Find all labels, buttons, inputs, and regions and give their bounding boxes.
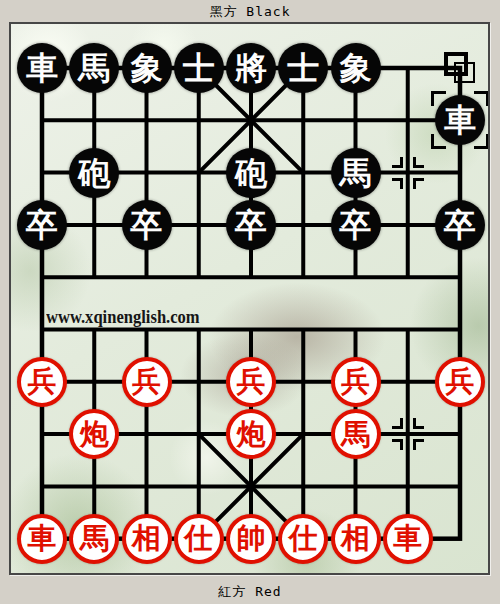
board-point[interactable]: 兵: [329, 356, 381, 408]
piece-black-soldier[interactable]: 卒: [435, 200, 485, 250]
board-point[interactable]: 炮: [225, 408, 277, 460]
board-point[interactable]: 仕: [173, 513, 225, 565]
piece-black-advisor[interactable]: 士: [174, 43, 224, 93]
board-point-marker: [392, 157, 424, 189]
point-marker-corner: [392, 439, 403, 450]
board-point[interactable]: 卒: [225, 199, 277, 251]
piece-black-chariot[interactable]: 車: [435, 95, 485, 145]
board-point[interactable]: 士: [277, 42, 329, 94]
board-point[interactable]: 車: [382, 513, 434, 565]
board-point[interactable]: 相: [120, 513, 172, 565]
point-marker-corner: [413, 178, 424, 189]
piece-black-chariot[interactable]: 車: [17, 43, 67, 93]
board-point[interactable]: 馬: [329, 408, 381, 460]
board-point[interactable]: 兵: [120, 356, 172, 408]
piece-red-cannon[interactable]: 炮: [226, 409, 276, 459]
piece-red-cannon[interactable]: 炮: [69, 409, 119, 459]
piece-red-soldier[interactable]: 兵: [226, 357, 276, 407]
board-point: [382, 408, 434, 460]
piece-red-soldier[interactable]: 兵: [122, 357, 172, 407]
board-point[interactable]: 馬: [68, 42, 120, 94]
board-point[interactable]: 兵: [225, 356, 277, 408]
piece-black-elephant[interactable]: 象: [331, 43, 381, 93]
board-panel: www.xqinenglish.com 車馬象士將士象車砲砲馬卒卒卒卒卒兵兵兵兵…: [9, 22, 490, 575]
page: { "game": "xiangqi", "labels": { "top": …: [0, 0, 500, 604]
piece-black-soldier[interactable]: 卒: [226, 200, 276, 250]
piece-black-cannon[interactable]: 砲: [69, 148, 119, 198]
board[interactable]: 車馬象士將士象車砲砲馬卒卒卒卒卒兵兵兵兵兵炮炮馬車馬相仕帥仕相車: [16, 42, 486, 565]
piece-red-elephant[interactable]: 相: [331, 514, 381, 564]
piece-black-advisor[interactable]: 士: [278, 43, 328, 93]
board-point[interactable]: 象: [120, 42, 172, 94]
board-point[interactable]: 車: [16, 42, 68, 94]
board-point[interactable]: 仕: [277, 513, 329, 565]
piece-black-elephant[interactable]: 象: [122, 43, 172, 93]
board-point[interactable]: 車: [16, 513, 68, 565]
board-point-marker: [392, 418, 424, 450]
board-point[interactable]: 兵: [434, 356, 486, 408]
piece-black-cannon[interactable]: 砲: [226, 148, 276, 198]
piece-black-soldier[interactable]: 卒: [122, 200, 172, 250]
board-point[interactable]: 馬: [68, 513, 120, 565]
piece-black-horse[interactable]: 馬: [331, 148, 381, 198]
piece-red-chariot[interactable]: 車: [383, 514, 433, 564]
board-point[interactable]: 象: [329, 42, 381, 94]
piece-red-advisor[interactable]: 仕: [278, 514, 328, 564]
board-point[interactable]: 士: [173, 42, 225, 94]
board-point[interactable]: 卒: [16, 199, 68, 251]
board-point: [382, 146, 434, 198]
piece-red-soldier[interactable]: 兵: [17, 357, 67, 407]
board-point[interactable]: 卒: [434, 199, 486, 251]
board-point[interactable]: 卒: [120, 199, 172, 251]
piece-red-advisor[interactable]: 仕: [174, 514, 224, 564]
piece-black-soldier[interactable]: 卒: [331, 200, 381, 250]
black-side-label: 黑方 Black: [0, 3, 500, 21]
piece-red-chariot[interactable]: 車: [17, 514, 67, 564]
piece-red-horse[interactable]: 馬: [331, 409, 381, 459]
board-point[interactable]: 砲: [225, 146, 277, 198]
point-marker-corner: [392, 178, 403, 189]
board-point[interactable]: 炮: [68, 408, 120, 460]
piece-red-horse[interactable]: 馬: [69, 514, 119, 564]
piece-red-elephant[interactable]: 相: [122, 514, 172, 564]
piece-black-horse[interactable]: 馬: [69, 43, 119, 93]
point-marker-corner: [392, 157, 403, 168]
piece-red-soldier[interactable]: 兵: [331, 357, 381, 407]
piece-red-general[interactable]: 帥: [226, 514, 276, 564]
board-point[interactable]: 卒: [329, 199, 381, 251]
board-point[interactable]: 砲: [68, 146, 120, 198]
point-marker-corner: [413, 439, 424, 450]
board-point[interactable]: 帥: [225, 513, 277, 565]
board-point[interactable]: 將: [225, 42, 277, 94]
point-marker-corner: [392, 418, 403, 429]
piece-black-general[interactable]: 將: [226, 43, 276, 93]
last-move-origin-marker: [444, 52, 476, 84]
board-point[interactable]: 相: [329, 513, 381, 565]
piece-red-soldier[interactable]: 兵: [435, 357, 485, 407]
board-point[interactable]: 馬: [329, 146, 381, 198]
board-point: [434, 42, 486, 94]
board-point[interactable]: 兵: [16, 356, 68, 408]
point-marker-corner: [413, 418, 424, 429]
red-side-label: 紅方 Red: [0, 583, 500, 601]
piece-black-soldier[interactable]: 卒: [17, 200, 67, 250]
point-marker-corner: [413, 157, 424, 168]
